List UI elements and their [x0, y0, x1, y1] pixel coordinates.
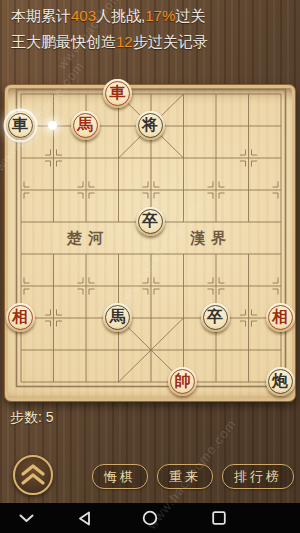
record-text: 王大鹏最快创造12步过关记录 — [11, 29, 296, 55]
piece-character: 相 — [12, 309, 28, 325]
piece-character: 帥 — [175, 373, 191, 389]
restart-button[interactable]: 重来 — [157, 464, 213, 489]
double-chevron-up-icon — [19, 463, 47, 487]
piece-character: 車 — [110, 85, 126, 101]
piece-black-general[interactable]: 将 — [136, 111, 165, 140]
pass-percent: 17% — [145, 7, 175, 24]
piece-red-horse[interactable]: 馬 — [71, 111, 100, 140]
piece-character: 卒 — [142, 213, 158, 229]
piece-black-horse[interactable]: 馬 — [103, 303, 132, 332]
piece-black-chariot[interactable]: 車 — [6, 111, 35, 140]
piece-black-soldier[interactable]: 卒 — [136, 207, 165, 236]
expand-button[interactable] — [13, 455, 53, 495]
piece-character: 将 — [142, 117, 158, 133]
piece-black-cannon[interactable]: 炮 — [266, 367, 295, 396]
piece-character: 相 — [272, 309, 288, 325]
piece-character: 炮 — [272, 373, 288, 389]
piece-red-elephant[interactable]: 相 — [266, 303, 295, 332]
undo-button[interactable]: 悔棋 — [92, 464, 148, 489]
recents-icon[interactable] — [211, 503, 226, 533]
river-label-right: 漢界 — [171, 222, 251, 254]
step-counter: 步数: 5 — [10, 409, 54, 427]
piece-red-elephant[interactable]: 相 — [6, 303, 35, 332]
app-screen: 本期累计403人挑战,17%过关 王大鹏最快创造12步过关记录 楚河 漢界 車車… — [0, 0, 300, 533]
piece-character: 卒 — [207, 309, 223, 325]
back-icon[interactable] — [76, 503, 93, 533]
piece-red-general[interactable]: 帥 — [168, 367, 197, 396]
river-label-left: 楚河 — [48, 222, 128, 254]
hide-nav-icon[interactable] — [17, 503, 35, 533]
piece-black-soldier[interactable]: 卒 — [201, 303, 230, 332]
android-navbar — [0, 503, 300, 533]
home-icon[interactable] — [142, 503, 158, 533]
record-steps: 12 — [116, 33, 133, 50]
action-buttons: 悔棋 重来 排行榜 — [92, 464, 294, 489]
piece-character: 車 — [12, 117, 28, 133]
challenge-stats-text: 本期累计403人挑战,17%过关 — [11, 3, 296, 29]
piece-character: 馬 — [110, 309, 126, 325]
piece-character: 馬 — [77, 117, 93, 133]
step-count-value: 5 — [46, 409, 54, 425]
puzzle-stats: 本期累计403人挑战,17%过关 王大鹏最快创造12步过关记录 — [11, 3, 296, 55]
challenger-count: 403 — [71, 7, 96, 24]
leaderboard-button[interactable]: 排行榜 — [222, 464, 294, 489]
piece-red-chariot[interactable]: 車 — [103, 79, 132, 108]
